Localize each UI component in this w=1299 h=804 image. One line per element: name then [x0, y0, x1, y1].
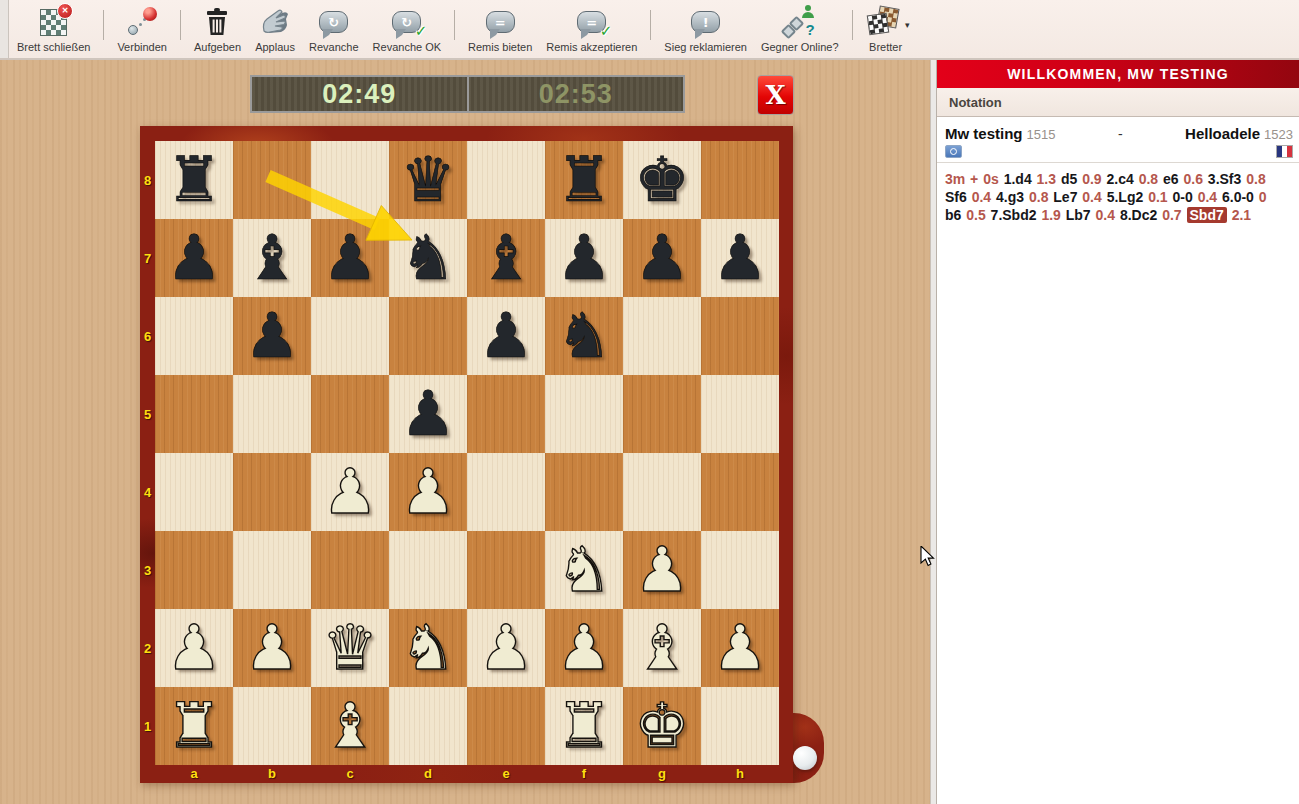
applause-hand-icon [255, 4, 295, 40]
toolbar-left-edge [0, 0, 9, 58]
white-player-name: Mw testing [945, 125, 1023, 142]
piece-white-queen[interactable]: ♛ [322, 609, 378, 687]
square-a1[interactable]: ♜ [155, 687, 233, 765]
white-player-rating: 1515 [1027, 127, 1056, 142]
draw-offer-bubble-icon: = [480, 4, 520, 40]
boards-icon: ▾ [866, 4, 906, 40]
move[interactable]: 1.d4 [1004, 171, 1032, 187]
toolbar-button-remis-akzeptieren[interactable]: =✓ Remis akzeptieren [539, 0, 644, 53]
toolbar-separator [180, 10, 181, 40]
piece-white-king[interactable]: ♚ [634, 687, 690, 765]
square-g4[interactable] [623, 453, 701, 531]
opponent-online-icon: ? [780, 4, 820, 40]
square-g8[interactable]: ♚ [623, 141, 701, 219]
move[interactable]: d5 [1061, 171, 1077, 187]
move-time: 0.6 [1183, 171, 1202, 187]
square-b6[interactable]: ♟ [233, 297, 311, 375]
piece-white-pawn[interactable]: ♟ [712, 609, 768, 687]
toolbar-label: Revanche [309, 41, 359, 53]
file-label-b: b [233, 766, 311, 782]
move[interactable]: 8.Dc2 [1120, 207, 1157, 223]
piece-white-pawn[interactable]: ♟ [478, 609, 534, 687]
square-b8[interactable] [233, 141, 311, 219]
piece-white-pawn[interactable]: ♟ [244, 609, 300, 687]
square-d4[interactable]: ♟ [389, 453, 467, 531]
square-a2[interactable]: ♟ [155, 609, 233, 687]
square-f2[interactable]: ♟ [545, 609, 623, 687]
piece-black-pawn[interactable]: ♟ [712, 219, 768, 297]
move-list: 3m + 0s 1.d4 1.3 d5 0.9 2.c4 0.8 e6 0.6 … [937, 163, 1299, 224]
square-e1[interactable] [467, 687, 545, 765]
toolbar-label: Brett schließen [17, 41, 90, 53]
toolbar-button-bretter[interactable]: ▾ Bretter [859, 0, 913, 53]
piece-black-bishop[interactable]: ♝ [478, 219, 534, 297]
toolbar-button-applaus[interactable]: Applaus [248, 0, 302, 53]
piece-white-rook[interactable]: ♜ [166, 687, 222, 765]
file-label-a: a [155, 766, 233, 782]
play-area: 02:49 02:53 X ♜♛♜♚♟♝♟♞♝♟♟♟♟♟♞♟♟♟♞♟♟♟♛♞♟♟… [0, 60, 930, 804]
move[interactable]: e6 [1163, 171, 1179, 187]
chess-board-frame: ♜♛♜♚♟♝♟♞♝♟♟♟♟♟♞♟♟♟♞♟♟♟♛♞♟♟♝♟♜♝♜♚ 8765432… [140, 126, 793, 783]
file-label-c: c [311, 766, 389, 782]
piece-white-pawn[interactable]: ♟ [634, 531, 690, 609]
toolbar-button-verbinden[interactable]: Verbinden [110, 0, 174, 53]
piece-black-pawn[interactable]: ♟ [478, 297, 534, 375]
dropdown-caret-icon: ▾ [905, 20, 910, 30]
toolbar: ✕ Brett schließen Verbinden Aufgeben [0, 0, 1299, 60]
black-player-flag-icon [1276, 145, 1293, 158]
toolbar-separator [454, 10, 455, 40]
square-d1[interactable] [389, 687, 467, 765]
move[interactable]: 5.Lg2 [1107, 189, 1144, 205]
piece-black-pawn[interactable]: ♟ [400, 375, 456, 453]
move-time: 0.8 [1246, 171, 1265, 187]
white-player-flag-icon [945, 145, 962, 158]
toolbar-label: Aufgeben [194, 41, 241, 53]
rematch-bubble-icon: ↻ [314, 4, 354, 40]
square-b5[interactable] [233, 375, 311, 453]
piece-black-pawn[interactable]: ♟ [166, 219, 222, 297]
move-time: 0.4 [972, 189, 991, 205]
square-e7[interactable]: ♝ [467, 219, 545, 297]
black-player-rating: 1523 [1264, 127, 1293, 142]
piece-black-pawn[interactable]: ♟ [556, 219, 612, 297]
piece-black-king[interactable]: ♚ [634, 141, 690, 219]
move-time: 0.4 [1198, 189, 1217, 205]
piece-black-rook[interactable]: ♜ [166, 141, 222, 219]
black-clock: 02:53 [469, 77, 684, 111]
piece-white-bishop[interactable]: ♝ [634, 609, 690, 687]
square-a3[interactable] [155, 531, 233, 609]
chess-board: ♜♛♜♚♟♝♟♞♝♟♟♟♟♟♞♟♟♟♞♟♟♟♛♞♟♟♝♟♜♝♜♚ [155, 141, 779, 765]
file-label-g: g [623, 766, 701, 782]
square-h1[interactable] [701, 687, 779, 765]
board-close-icon: ✕ [34, 4, 74, 40]
claim-win-bubble-icon: ! [686, 4, 726, 40]
move[interactable]: 4.g3 [996, 189, 1024, 205]
notation-panel: WILLKOMMEN, MW TESTING Notation Mw testi… [937, 60, 1299, 804]
square-f6[interactable]: ♞ [545, 297, 623, 375]
move[interactable]: 6.0-0 [1222, 189, 1254, 205]
move[interactable]: Lb7 [1066, 207, 1091, 223]
square-c8[interactable] [311, 141, 389, 219]
toolbar-label: Sieg reklamieren [664, 41, 747, 53]
black-player-name: Helloadele [1185, 125, 1260, 142]
welcome-banner: WILLKOMMEN, MW TESTING [937, 60, 1299, 88]
draw-accept-bubble-icon: =✓ [572, 4, 612, 40]
square-c1[interactable]: ♝ [311, 687, 389, 765]
square-f7[interactable]: ♟ [545, 219, 623, 297]
piece-black-knight[interactable]: ♞ [400, 219, 456, 297]
square-f8[interactable]: ♜ [545, 141, 623, 219]
square-h3[interactable] [701, 531, 779, 609]
rank-label-1: 1 [140, 687, 155, 765]
toolbar-button-sieg-reklamieren[interactable]: ! Sieg reklamieren [657, 0, 754, 53]
game-header: Mw testing 1515 - Helloadele 1523 [937, 117, 1299, 163]
square-g1[interactable]: ♚ [623, 687, 701, 765]
move[interactable]: 0-0 [1173, 189, 1193, 205]
move-time: 0.1 [1148, 189, 1167, 205]
square-h6[interactable] [701, 297, 779, 375]
piece-white-bishop[interactable]: ♝ [322, 687, 378, 765]
square-c5[interactable] [311, 375, 389, 453]
square-b4[interactable] [233, 453, 311, 531]
mouse-cursor [920, 546, 936, 568]
toolbar-separator [650, 10, 651, 40]
file-label-f: f [545, 766, 623, 782]
square-f1[interactable]: ♜ [545, 687, 623, 765]
toolbar-button-brett-schliessen[interactable]: ✕ Brett schließen [10, 0, 97, 53]
move-time: 1.3 [1037, 171, 1056, 187]
square-e3[interactable] [467, 531, 545, 609]
square-f3[interactable]: ♞ [545, 531, 623, 609]
square-e4[interactable] [467, 453, 545, 531]
connect-icon [122, 4, 162, 40]
move-time: 0.5 [966, 207, 985, 223]
piece-white-pawn[interactable]: ♟ [400, 453, 456, 531]
move-time: 1.9 [1041, 207, 1060, 223]
rank-label-8: 8 [140, 141, 155, 219]
move[interactable]: Sf6 [945, 189, 967, 205]
rank-label-6: 6 [140, 297, 155, 375]
toolbar-button-revanche[interactable]: ↻ Revanche [302, 0, 366, 53]
side-to-move-pearl [793, 746, 817, 770]
piece-black-knight[interactable]: ♞ [556, 297, 612, 375]
square-a5[interactable] [155, 375, 233, 453]
square-g6[interactable] [623, 297, 701, 375]
current-move[interactable]: Sbd7 [1187, 207, 1227, 223]
move-time: 0 [1259, 189, 1267, 205]
square-e6[interactable]: ♟ [467, 297, 545, 375]
square-e8[interactable] [467, 141, 545, 219]
piece-black-queen[interactable]: ♛ [400, 141, 456, 219]
toolbar-button-revanche-ok[interactable]: ↻✓ Revanche OK [366, 0, 448, 53]
square-d6[interactable] [389, 297, 467, 375]
piece-white-pawn[interactable]: ♟ [556, 609, 612, 687]
toolbar-label: Remis bieten [468, 41, 532, 53]
toolbar-label: Bretter [869, 41, 902, 53]
square-h5[interactable] [701, 375, 779, 453]
square-g2[interactable]: ♝ [623, 609, 701, 687]
square-b2[interactable]: ♟ [233, 609, 311, 687]
square-d7[interactable]: ♞ [389, 219, 467, 297]
toolbar-label: Remis akzeptieren [546, 41, 637, 53]
toolbar-label: Revanche OK [373, 41, 441, 53]
toolbar-separator [103, 10, 104, 40]
toolbar-label: Applaus [255, 41, 295, 53]
toolbar-button-remis-bieten[interactable]: = Remis bieten [461, 0, 539, 53]
piece-white-pawn[interactable]: ♟ [166, 609, 222, 687]
square-a6[interactable] [155, 297, 233, 375]
square-h7[interactable]: ♟ [701, 219, 779, 297]
square-e2[interactable]: ♟ [467, 609, 545, 687]
square-a7[interactable]: ♟ [155, 219, 233, 297]
move-time: 3m + 0s [945, 171, 999, 187]
square-e5[interactable] [467, 375, 545, 453]
piece-black-pawn[interactable]: ♟ [322, 219, 378, 297]
chess-app-window: { "game": { "name": "chess", "fen": "r2q… [0, 0, 1299, 804]
square-d3[interactable] [389, 531, 467, 609]
move-time: 0.7 [1162, 207, 1181, 223]
tab-notation[interactable]: Notation [937, 88, 1299, 117]
square-c7[interactable]: ♟ [311, 219, 389, 297]
square-a8[interactable]: ♜ [155, 141, 233, 219]
square-f5[interactable] [545, 375, 623, 453]
players-separator: - [1055, 126, 1185, 142]
rematch-ok-bubble-icon: ↻✓ [387, 4, 427, 40]
piece-white-knight[interactable]: ♞ [556, 531, 612, 609]
piece-black-pawn[interactable]: ♟ [634, 219, 690, 297]
move[interactable]: b6 [945, 207, 961, 223]
toolbar-label: Gegner Online? [761, 41, 839, 53]
piece-white-pawn[interactable]: ♟ [322, 453, 378, 531]
square-d2[interactable]: ♞ [389, 609, 467, 687]
square-b3[interactable] [233, 531, 311, 609]
square-c4[interactable]: ♟ [311, 453, 389, 531]
move-time: 0.4 [1082, 189, 1101, 205]
square-b1[interactable] [233, 687, 311, 765]
toolbar-button-aufgeben[interactable]: Aufgeben [187, 0, 248, 53]
move[interactable]: Le7 [1053, 189, 1077, 205]
piece-white-knight[interactable]: ♞ [400, 609, 456, 687]
square-c3[interactable] [311, 531, 389, 609]
file-label-d: d [389, 766, 467, 782]
square-c6[interactable] [311, 297, 389, 375]
square-c2[interactable]: ♛ [311, 609, 389, 687]
square-d8[interactable]: ♛ [389, 141, 467, 219]
file-label-e: e [467, 766, 545, 782]
piece-black-pawn[interactable]: ♟ [244, 297, 300, 375]
rank-label-2: 2 [140, 609, 155, 687]
square-h2[interactable]: ♟ [701, 609, 779, 687]
move-time: 0.8 [1139, 171, 1158, 187]
square-d5[interactable]: ♟ [389, 375, 467, 453]
toolbar-button-gegner-online[interactable]: ? Gegner Online? [754, 0, 846, 53]
file-label-h: h [701, 766, 779, 782]
piece-black-bishop[interactable]: ♝ [244, 219, 300, 297]
rank-label-7: 7 [140, 219, 155, 297]
resign-trash-icon [197, 4, 237, 40]
toolbar-separator [852, 10, 853, 40]
close-board-button[interactable]: X [757, 75, 794, 115]
move-time: 2.1 [1232, 207, 1251, 223]
square-a4[interactable] [155, 453, 233, 531]
square-h8[interactable] [701, 141, 779, 219]
rank-label-4: 4 [140, 453, 155, 531]
clock-bar: 02:49 02:53 [250, 75, 685, 113]
square-f4[interactable] [545, 453, 623, 531]
move[interactable]: 3.Sf3 [1208, 171, 1241, 187]
square-b7[interactable]: ♝ [233, 219, 311, 297]
move-time: 0.4 [1096, 207, 1115, 223]
toolbar-label: Verbinden [117, 41, 167, 53]
square-h4[interactable] [701, 453, 779, 531]
rank-label-5: 5 [140, 375, 155, 453]
piece-black-rook[interactable]: ♜ [556, 141, 612, 219]
white-clock: 02:49 [252, 77, 467, 111]
move-time: 0.9 [1082, 171, 1101, 187]
move[interactable]: 7.Sbd2 [991, 207, 1037, 223]
piece-white-rook[interactable]: ♜ [556, 687, 612, 765]
move-time: 0.8 [1029, 189, 1048, 205]
square-g7[interactable]: ♟ [623, 219, 701, 297]
rank-label-3: 3 [140, 531, 155, 609]
square-g5[interactable] [623, 375, 701, 453]
move[interactable]: 2.c4 [1107, 171, 1134, 187]
panel-splitter[interactable] [930, 60, 937, 804]
square-g3[interactable]: ♟ [623, 531, 701, 609]
